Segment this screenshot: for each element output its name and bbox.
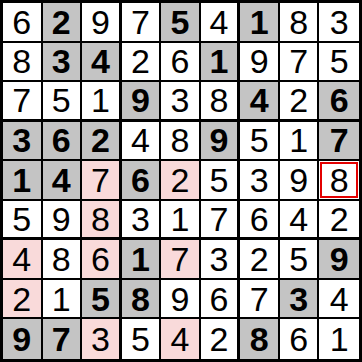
- digit: 6: [91, 242, 110, 276]
- digit: 8: [171, 123, 190, 157]
- digit: 8: [250, 322, 269, 356]
- digit: 9: [12, 322, 31, 356]
- cell-r5c6[interactable]: 5: [201, 161, 241, 201]
- cell-r2c5[interactable]: 6: [161, 43, 201, 83]
- cell-r4c6[interactable]: 9: [201, 122, 241, 162]
- digit: 4: [91, 44, 110, 78]
- cell-r5c5[interactable]: 2: [161, 161, 201, 201]
- cell-r7c8[interactable]: 5: [280, 240, 320, 280]
- cell-r6c2[interactable]: 9: [43, 201, 83, 241]
- digit: 9: [250, 44, 269, 78]
- digit: 5: [330, 44, 349, 78]
- cell-r6c1[interactable]: 5: [3, 201, 43, 241]
- digit: 3: [171, 83, 190, 117]
- cell-r9c1[interactable]: 9: [3, 319, 43, 359]
- digit: 6: [330, 83, 349, 117]
- digit: 8: [52, 242, 71, 276]
- cell-r2c6[interactable]: 1: [201, 43, 241, 83]
- digit: 8: [330, 163, 349, 197]
- cell-r1c3[interactable]: 9: [82, 3, 122, 43]
- digit: 2: [52, 5, 71, 39]
- digit: 9: [91, 5, 110, 39]
- digit: 6: [250, 202, 269, 236]
- cell-r5c7[interactable]: 3: [240, 161, 280, 201]
- digit: 7: [131, 5, 150, 39]
- digit: 6: [52, 123, 71, 157]
- digit: 8: [289, 5, 308, 39]
- digit: 1: [289, 123, 308, 157]
- cell-r2c4[interactable]: 2: [122, 43, 162, 83]
- cell-r1c2[interactable]: 2: [43, 3, 83, 43]
- cell-r7c4[interactable]: 1: [122, 240, 162, 280]
- digit: 4: [171, 322, 190, 356]
- digit: 6: [12, 5, 31, 39]
- cell-r4c2[interactable]: 6: [43, 122, 83, 162]
- digit: 6: [131, 163, 150, 197]
- cell-r5c4[interactable]: 6: [122, 161, 162, 201]
- cell-r4c7[interactable]: 5: [240, 122, 280, 162]
- digit: 8: [210, 83, 229, 117]
- digit: 5: [91, 282, 110, 316]
- digit: 7: [289, 44, 308, 78]
- cell-r8c2[interactable]: 1: [43, 280, 83, 320]
- digit: 4: [52, 163, 71, 197]
- digit: 3: [91, 322, 110, 356]
- digit: 9: [52, 202, 71, 236]
- digit: 5: [250, 123, 269, 157]
- digit: 5: [289, 242, 308, 276]
- digit: 1: [131, 242, 150, 276]
- cell-r1c9[interactable]: 3: [319, 3, 359, 43]
- digit: 2: [131, 44, 150, 78]
- digit: 4: [210, 5, 229, 39]
- cell-r6c8[interactable]: 4: [280, 201, 320, 241]
- cell-r1c5[interactable]: 5: [161, 3, 201, 43]
- cell-r8c8[interactable]: 3: [280, 280, 320, 320]
- digit: 9: [210, 123, 229, 157]
- digit: 7: [171, 242, 190, 276]
- cell-r1c6[interactable]: 4: [201, 3, 241, 43]
- cell-r7c6[interactable]: 3: [201, 240, 241, 280]
- digit: 5: [12, 202, 31, 236]
- digit: 5: [131, 322, 150, 356]
- cell-r3c9[interactable]: 6: [319, 82, 359, 122]
- digit: 7: [210, 202, 229, 236]
- digit: 3: [210, 242, 229, 276]
- digit: 9: [171, 282, 190, 316]
- digit: 3: [330, 5, 349, 39]
- cell-r5c9[interactable]: 8: [319, 161, 359, 201]
- cell-r2c1[interactable]: 8: [3, 43, 43, 83]
- digit: 3: [52, 44, 71, 78]
- digit: 1: [250, 5, 269, 39]
- cell-r2c3[interactable]: 4: [82, 43, 122, 83]
- cell-r2c2[interactable]: 3: [43, 43, 83, 83]
- digit: 1: [91, 83, 110, 117]
- digit: 5: [171, 5, 190, 39]
- digit: 7: [91, 163, 110, 197]
- digit: 5: [210, 163, 229, 197]
- digit: 6: [171, 44, 190, 78]
- digit: 4: [12, 242, 31, 276]
- cell-r3c3[interactable]: 1: [82, 82, 122, 122]
- cell-r5c2[interactable]: 4: [43, 161, 83, 201]
- cell-r8c4[interactable]: 8: [122, 280, 162, 320]
- digit: 1: [330, 322, 349, 356]
- cell-r3c5[interactable]: 3: [161, 82, 201, 122]
- cell-r6c6[interactable]: 7: [201, 201, 241, 241]
- cell-r3c1[interactable]: 7: [3, 82, 43, 122]
- digit: 1: [210, 44, 229, 78]
- cell-r7c7[interactable]: 2: [240, 240, 280, 280]
- digit: 4: [289, 202, 308, 236]
- cell-r1c8[interactable]: 8: [280, 3, 320, 43]
- digit: 7: [250, 282, 269, 316]
- digit: 1: [12, 163, 31, 197]
- digit: 8: [91, 202, 110, 236]
- digit: 1: [171, 202, 190, 236]
- cell-r2c9[interactable]: 5: [319, 43, 359, 83]
- cell-r3c8[interactable]: 2: [280, 82, 320, 122]
- cell-r9c8[interactable]: 6: [280, 319, 320, 359]
- cell-r4c4[interactable]: 4: [122, 122, 162, 162]
- digit: 7: [330, 123, 349, 157]
- digit: 2: [210, 322, 229, 356]
- cell-r8c6[interactable]: 6: [201, 280, 241, 320]
- cell-r8c5[interactable]: 9: [161, 280, 201, 320]
- digit: 2: [91, 123, 110, 157]
- digit: 7: [52, 322, 71, 356]
- cell-r2c8[interactable]: 7: [280, 43, 320, 83]
- cell-r4c8[interactable]: 1: [280, 122, 320, 162]
- cell-r3c6[interactable]: 8: [201, 82, 241, 122]
- cell-r9c6[interactable]: 2: [201, 319, 241, 359]
- digit: 5: [52, 83, 71, 117]
- digit: 2: [171, 163, 190, 197]
- digit: 3: [131, 202, 150, 236]
- cell-r6c7[interactable]: 6: [240, 201, 280, 241]
- digit: 6: [289, 322, 308, 356]
- cell-r6c3[interactable]: 8: [82, 201, 122, 241]
- sudoku-board: 6297541838342619757519384263624895171476…: [0, 0, 362, 362]
- cell-r6c4[interactable]: 3: [122, 201, 162, 241]
- cell-r7c9[interactable]: 9: [319, 240, 359, 280]
- cell-r7c5[interactable]: 7: [161, 240, 201, 280]
- digit: 2: [289, 83, 308, 117]
- cell-r9c9[interactable]: 1: [319, 319, 359, 359]
- cell-r9c7[interactable]: 8: [240, 319, 280, 359]
- digit: 9: [289, 163, 308, 197]
- digit: 8: [131, 282, 150, 316]
- cell-r7c3[interactable]: 6: [82, 240, 122, 280]
- cell-r9c3[interactable]: 3: [82, 319, 122, 359]
- cell-r7c1[interactable]: 4: [3, 240, 43, 280]
- cell-r2c7[interactable]: 9: [240, 43, 280, 83]
- digit: 2: [330, 202, 349, 236]
- cell-r4c9[interactable]: 7: [319, 122, 359, 162]
- digit: 7: [12, 83, 31, 117]
- digit: 3: [12, 123, 31, 157]
- digit: 9: [131, 83, 150, 117]
- cell-r9c4[interactable]: 5: [122, 319, 162, 359]
- cell-r8c1[interactable]: 2: [3, 280, 43, 320]
- digit: 3: [250, 163, 269, 197]
- digit: 3: [289, 282, 308, 316]
- digit: 9: [330, 242, 349, 276]
- cell-r3c7[interactable]: 4: [240, 82, 280, 122]
- digit: 2: [250, 242, 269, 276]
- digit: 4: [330, 282, 349, 316]
- cell-r8c9[interactable]: 4: [319, 280, 359, 320]
- digit: 2: [12, 282, 31, 316]
- cell-r4c1[interactable]: 3: [3, 122, 43, 162]
- cell-r1c1[interactable]: 6: [3, 3, 43, 43]
- cell-r5c8[interactable]: 9: [280, 161, 320, 201]
- cell-r9c5[interactable]: 4: [161, 319, 201, 359]
- cell-r1c7[interactable]: 1: [240, 3, 280, 43]
- cell-r5c1[interactable]: 1: [3, 161, 43, 201]
- cell-r4c5[interactable]: 8: [161, 122, 201, 162]
- cell-r6c5[interactable]: 1: [161, 201, 201, 241]
- cell-r7c2[interactable]: 8: [43, 240, 83, 280]
- digit: 4: [131, 123, 150, 157]
- digit: 8: [12, 44, 31, 78]
- cell-r6c9[interactable]: 2: [319, 201, 359, 241]
- cell-r3c2[interactable]: 5: [43, 82, 83, 122]
- digit: 1: [52, 282, 71, 316]
- cell-r3c4[interactable]: 9: [122, 82, 162, 122]
- cell-r1c4[interactable]: 7: [122, 3, 162, 43]
- cell-r8c7[interactable]: 7: [240, 280, 280, 320]
- digit: 6: [210, 282, 229, 316]
- cell-r4c3[interactable]: 2: [82, 122, 122, 162]
- cell-r8c3[interactable]: 5: [82, 280, 122, 320]
- cell-r5c3[interactable]: 7: [82, 161, 122, 201]
- cell-r9c2[interactable]: 7: [43, 319, 83, 359]
- digit: 4: [250, 83, 269, 117]
